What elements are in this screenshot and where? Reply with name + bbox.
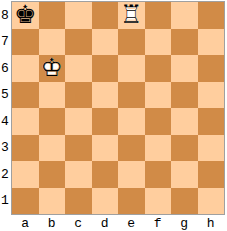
black-king-fill: ♚ (14, 2, 36, 27)
square-g2[interactable] (171, 161, 198, 188)
rank-label-2: 2 (0, 161, 10, 188)
square-d8[interactable] (92, 2, 119, 29)
square-b8[interactable] (39, 2, 66, 29)
white-rook-outline: ♖ (120, 2, 142, 27)
square-c2[interactable] (65, 161, 92, 188)
square-e4[interactable] (118, 108, 145, 135)
square-a3[interactable] (12, 135, 39, 162)
rank-label-5: 5 (0, 82, 10, 109)
square-f3[interactable] (145, 135, 172, 162)
square-d3[interactable] (92, 135, 119, 162)
square-c5[interactable] (65, 82, 92, 109)
square-f5[interactable] (145, 82, 172, 109)
square-b6[interactable]: ♚♔ (39, 55, 66, 82)
file-label-e: e (118, 215, 145, 231)
square-f1[interactable] (145, 188, 172, 215)
square-h7[interactable] (198, 29, 225, 56)
square-b4[interactable] (39, 108, 66, 135)
square-a2[interactable] (12, 161, 39, 188)
square-a8[interactable]: ♚ (12, 2, 39, 29)
square-f7[interactable] (145, 29, 172, 56)
square-e2[interactable] (118, 161, 145, 188)
square-b2[interactable] (39, 161, 66, 188)
square-g4[interactable] (171, 108, 198, 135)
file-labels: abcdefgh (12, 215, 224, 231)
square-e8[interactable]: ♜♖ (118, 2, 145, 29)
square-c6[interactable] (65, 55, 92, 82)
square-b7[interactable] (39, 29, 66, 56)
square-h8[interactable] (198, 2, 225, 29)
black-king[interactable]: ♚ (12, 2, 39, 29)
square-d4[interactable] (92, 108, 119, 135)
square-h4[interactable] (198, 108, 225, 135)
square-g3[interactable] (171, 135, 198, 162)
square-e5[interactable] (118, 82, 145, 109)
square-g8[interactable] (171, 2, 198, 29)
square-c3[interactable] (65, 135, 92, 162)
square-e7[interactable] (118, 29, 145, 56)
square-f6[interactable] (145, 55, 172, 82)
square-h3[interactable] (198, 135, 225, 162)
file-label-a: a (12, 215, 39, 231)
white-king-outline: ♔ (41, 55, 63, 80)
rank-label-4: 4 (0, 108, 10, 135)
square-c7[interactable] (65, 29, 92, 56)
rank-label-8: 8 (0, 2, 10, 29)
file-label-g: g (171, 215, 198, 231)
square-g6[interactable] (171, 55, 198, 82)
square-a7[interactable] (12, 29, 39, 56)
rank-label-3: 3 (0, 135, 10, 162)
square-e3[interactable] (118, 135, 145, 162)
square-b1[interactable] (39, 188, 66, 215)
square-e1[interactable] (118, 188, 145, 215)
white-king[interactable]: ♚♔ (39, 55, 66, 82)
rank-labels: 87654321 (0, 2, 10, 214)
chess-board: ♚♜♖♚♔ (11, 1, 225, 215)
square-b3[interactable] (39, 135, 66, 162)
file-label-f: f (145, 215, 172, 231)
square-g7[interactable] (171, 29, 198, 56)
square-g1[interactable] (171, 188, 198, 215)
square-a5[interactable] (12, 82, 39, 109)
square-h5[interactable] (198, 82, 225, 109)
square-h1[interactable] (198, 188, 225, 215)
file-label-h: h (198, 215, 225, 231)
square-d1[interactable] (92, 188, 119, 215)
square-c8[interactable] (65, 2, 92, 29)
square-c1[interactable] (65, 188, 92, 215)
square-c4[interactable] (65, 108, 92, 135)
file-label-b: b (39, 215, 66, 231)
square-f4[interactable] (145, 108, 172, 135)
square-d2[interactable] (92, 161, 119, 188)
square-h6[interactable] (198, 55, 225, 82)
rank-label-6: 6 (0, 55, 10, 82)
square-d5[interactable] (92, 82, 119, 109)
square-a1[interactable] (12, 188, 39, 215)
square-e6[interactable] (118, 55, 145, 82)
square-f8[interactable] (145, 2, 172, 29)
square-a6[interactable] (12, 55, 39, 82)
rank-label-1: 1 (0, 188, 10, 215)
square-d6[interactable] (92, 55, 119, 82)
white-rook[interactable]: ♜♖ (118, 2, 145, 29)
file-label-c: c (65, 215, 92, 231)
square-f2[interactable] (145, 161, 172, 188)
chess-diagram: 87654321 ♚♜♖♚♔ abcdefgh (0, 0, 227, 231)
square-d7[interactable] (92, 29, 119, 56)
rank-label-7: 7 (0, 29, 10, 56)
square-h2[interactable] (198, 161, 225, 188)
square-a4[interactable] (12, 108, 39, 135)
square-b5[interactable] (39, 82, 66, 109)
square-g5[interactable] (171, 82, 198, 109)
file-label-d: d (92, 215, 119, 231)
